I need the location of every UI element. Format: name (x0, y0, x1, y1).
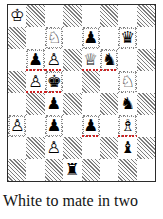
black-bishop-g2: ♝ (119, 138, 136, 158)
square-h5 (137, 71, 155, 93)
square-h3 (137, 115, 155, 137)
square-a7 (8, 27, 26, 49)
square-a5 (8, 71, 26, 93)
square-c5: ♚ (45, 71, 63, 93)
red-squiggle-g3 (118, 135, 136, 137)
square-f6: ♞ (100, 49, 118, 71)
square-b8 (26, 5, 44, 27)
chess-board: ♔♘♟♛♟♙♕♞♙♚♘♟♞♙♟♟♗♙♝♜ (7, 4, 156, 182)
square-g2: ♝ (118, 137, 136, 159)
black-pawn-b6: ♟ (27, 50, 44, 70)
square-g1 (118, 159, 136, 181)
black-pawn-e3: ♟ (83, 116, 100, 136)
square-f8 (100, 5, 118, 27)
square-f1 (100, 159, 118, 181)
square-e8 (82, 5, 100, 27)
square-b7 (26, 27, 44, 49)
square-d8 (63, 5, 81, 27)
square-d6 (63, 49, 81, 71)
square-b6: ♟ (26, 49, 44, 71)
black-knight-g4: ♞ (119, 94, 136, 114)
square-h1 (137, 159, 155, 181)
white-knight-c7: ♘ (46, 28, 63, 48)
black-queen-g7: ♛ (119, 28, 136, 48)
black-pawn-c3: ♟ (46, 116, 63, 136)
square-d1: ♜ (63, 159, 81, 181)
red-squiggle-f6 (100, 69, 118, 71)
red-squiggle-e3 (82, 135, 100, 137)
black-rook-d1: ♜ (64, 160, 81, 180)
square-b2 (26, 137, 44, 159)
square-b5: ♙ (26, 71, 44, 93)
square-e3: ♟ (82, 115, 100, 137)
white-queen-e6: ♕ (83, 50, 100, 70)
black-knight-f6: ♞ (101, 50, 118, 70)
square-c1 (45, 159, 63, 181)
square-b3 (26, 115, 44, 137)
square-h4 (137, 93, 155, 115)
puzzle-caption: White to mate in two (3, 192, 163, 210)
red-squiggle-b6 (26, 69, 44, 71)
square-h8 (137, 5, 155, 27)
square-h7 (137, 27, 155, 49)
square-d3 (63, 115, 81, 137)
white-bishop-g3: ♗ (119, 116, 136, 136)
square-e4 (82, 93, 100, 115)
white-pawn-b5: ♙ (27, 72, 44, 92)
square-c8 (45, 5, 63, 27)
square-c7: ♘ (45, 27, 63, 49)
square-e5 (82, 71, 100, 93)
square-e1 (82, 159, 100, 181)
square-c4: ♟ (45, 93, 63, 115)
square-a4 (8, 93, 26, 115)
white-pawn-c6: ♙ (46, 50, 63, 70)
square-c2: ♙ (45, 137, 63, 159)
square-a1 (8, 159, 26, 181)
square-d5 (63, 71, 81, 93)
square-g5: ♘ (118, 71, 136, 93)
black-pawn-c4: ♟ (46, 94, 63, 114)
square-f7 (100, 27, 118, 49)
red-squiggle-c5 (45, 91, 63, 93)
square-f3 (100, 115, 118, 137)
square-e6: ♕ (82, 49, 100, 71)
square-b1 (26, 159, 44, 181)
red-squiggle-e6 (82, 69, 100, 71)
square-g6 (118, 49, 136, 71)
square-h6 (137, 49, 155, 71)
square-g3: ♗ (118, 115, 136, 137)
square-a3: ♙ (8, 115, 26, 137)
white-pawn-c2: ♙ (46, 138, 63, 158)
red-squiggle-c6 (45, 69, 63, 71)
square-g7: ♛ (118, 27, 136, 49)
square-h2 (137, 137, 155, 159)
square-d7 (63, 27, 81, 49)
white-knight-g5: ♘ (119, 72, 136, 92)
square-b4 (26, 93, 44, 115)
square-c3: ♟ (45, 115, 63, 137)
white-king-a8: ♔ (9, 6, 26, 26)
square-f5 (100, 71, 118, 93)
square-a2 (8, 137, 26, 159)
square-g4: ♞ (118, 93, 136, 115)
square-g8 (118, 5, 136, 27)
square-e7: ♟ (82, 27, 100, 49)
white-pawn-a3: ♙ (9, 116, 26, 136)
square-e2 (82, 137, 100, 159)
black-pawn-e7: ♟ (83, 28, 100, 48)
square-f2 (100, 137, 118, 159)
square-a6 (8, 49, 26, 71)
square-d4 (63, 93, 81, 115)
square-a8: ♔ (8, 5, 26, 27)
black-king-c5: ♚ (46, 72, 63, 92)
square-c6: ♙ (45, 49, 63, 71)
square-d2 (63, 137, 81, 159)
square-f4 (100, 93, 118, 115)
red-squiggle-b5 (26, 91, 44, 93)
